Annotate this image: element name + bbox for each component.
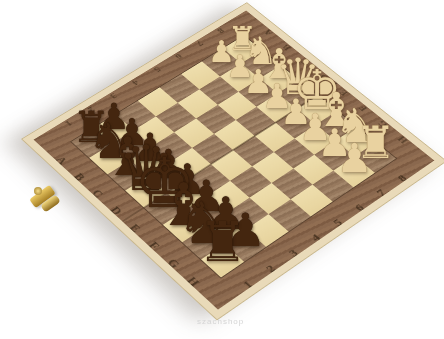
watermark: szachshop xyxy=(197,317,244,326)
chess-set-photo: ABCDEFGH ABCDEFGH 87654321 87654321 ♜♞♝♛… xyxy=(0,0,444,339)
black-rook[interactable]: ♜ xyxy=(198,214,247,269)
brass-clasp-icon xyxy=(28,182,66,218)
white-pawn[interactable]: ♟ xyxy=(337,138,373,178)
clasp-pin xyxy=(34,187,42,195)
